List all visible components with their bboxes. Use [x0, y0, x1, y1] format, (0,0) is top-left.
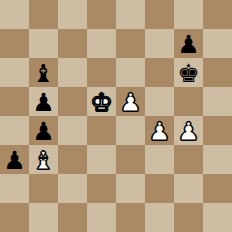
square-f4[interactable]: ♟ [145, 116, 174, 145]
square-c6[interactable] [58, 58, 87, 87]
square-a5[interactable] [0, 87, 29, 116]
square-a6[interactable] [0, 58, 29, 87]
square-c8[interactable] [58, 0, 87, 29]
square-h6[interactable] [203, 58, 232, 87]
square-e3[interactable] [116, 145, 145, 174]
square-f6[interactable] [145, 58, 174, 87]
black-pawn[interactable]: ♟ [177, 30, 199, 59]
square-f1[interactable] [145, 203, 174, 232]
square-d6[interactable] [87, 58, 116, 87]
square-b3[interactable]: ♝ [29, 145, 58, 174]
square-g8[interactable] [174, 0, 203, 29]
square-g6[interactable]: ♚ [174, 58, 203, 87]
square-c1[interactable] [58, 203, 87, 232]
square-a1[interactable] [0, 203, 29, 232]
square-b5[interactable]: ♟ [29, 87, 58, 116]
square-f2[interactable] [145, 174, 174, 203]
white-pawn[interactable]: ♟ [177, 117, 199, 146]
square-g7[interactable]: ♟ [174, 29, 203, 58]
square-a7[interactable] [0, 29, 29, 58]
white-pawn[interactable]: ♟ [119, 88, 141, 117]
black-pawn[interactable]: ♟ [32, 117, 54, 146]
square-a2[interactable] [0, 174, 29, 203]
square-b7[interactable] [29, 29, 58, 58]
square-g4[interactable]: ♟ [174, 116, 203, 145]
square-b8[interactable] [29, 0, 58, 29]
black-bishop[interactable]: ♝ [32, 59, 54, 88]
square-b6[interactable]: ♝ [29, 58, 58, 87]
square-e6[interactable] [116, 58, 145, 87]
square-b1[interactable] [29, 203, 58, 232]
square-f7[interactable] [145, 29, 174, 58]
square-e1[interactable] [116, 203, 145, 232]
square-d3[interactable] [87, 145, 116, 174]
square-c7[interactable] [58, 29, 87, 58]
square-e4[interactable] [116, 116, 145, 145]
black-king[interactable]: ♚ [177, 59, 199, 88]
square-h3[interactable] [203, 145, 232, 174]
square-e7[interactable] [116, 29, 145, 58]
square-f3[interactable] [145, 145, 174, 174]
square-c5[interactable] [58, 87, 87, 116]
square-g1[interactable] [174, 203, 203, 232]
square-e8[interactable] [116, 0, 145, 29]
square-b4[interactable]: ♟ [29, 116, 58, 145]
chess-board: ♟♝♚♟♚♟♟♟♟♟♝ [0, 0, 232, 232]
square-h5[interactable] [203, 87, 232, 116]
square-c2[interactable] [58, 174, 87, 203]
square-a8[interactable] [0, 0, 29, 29]
square-a4[interactable] [0, 116, 29, 145]
square-d8[interactable] [87, 0, 116, 29]
square-h2[interactable] [203, 174, 232, 203]
square-f8[interactable] [145, 0, 174, 29]
square-d7[interactable] [87, 29, 116, 58]
square-c4[interactable] [58, 116, 87, 145]
square-e2[interactable] [116, 174, 145, 203]
square-g2[interactable] [174, 174, 203, 203]
square-h1[interactable] [203, 203, 232, 232]
white-bishop[interactable]: ♝ [32, 146, 54, 175]
square-d4[interactable] [87, 116, 116, 145]
square-e5[interactable]: ♟ [116, 87, 145, 116]
white-pawn[interactable]: ♟ [148, 117, 170, 146]
square-d5[interactable]: ♚ [87, 87, 116, 116]
square-g5[interactable] [174, 87, 203, 116]
square-d2[interactable] [87, 174, 116, 203]
square-h8[interactable] [203, 0, 232, 29]
square-b2[interactable] [29, 174, 58, 203]
square-g3[interactable] [174, 145, 203, 174]
white-king[interactable]: ♚ [90, 88, 112, 117]
square-d1[interactable] [87, 203, 116, 232]
square-c3[interactable] [58, 145, 87, 174]
square-f5[interactable] [145, 87, 174, 116]
square-h4[interactable] [203, 116, 232, 145]
black-pawn[interactable]: ♟ [3, 146, 25, 175]
square-h7[interactable] [203, 29, 232, 58]
square-a3[interactable]: ♟ [0, 145, 29, 174]
black-pawn[interactable]: ♟ [32, 88, 54, 117]
